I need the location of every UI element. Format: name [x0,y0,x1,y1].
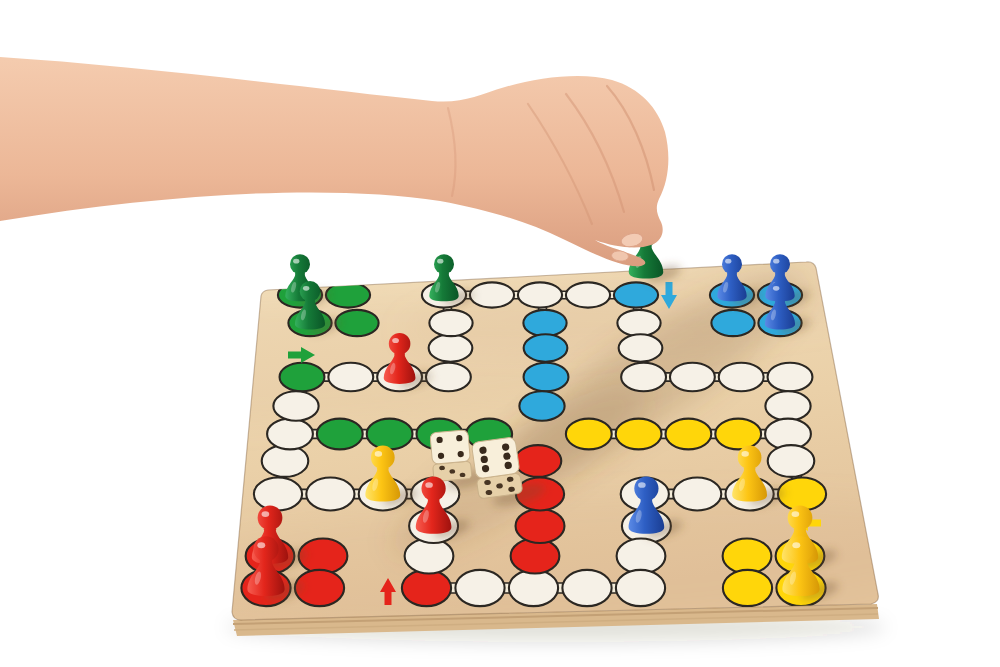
cell-base-yellow-bottom-left [723,570,772,606]
photo-scene [0,0,1000,667]
ludo-board-scene [0,0,1000,667]
cell-track-28 [509,570,558,606]
cell-track-7 [470,282,514,307]
cell-track-3 [426,363,471,392]
hand-silhouette [0,57,668,266]
cell-track-39 [273,391,318,421]
cell-track-11 [617,310,660,336]
cell-goal-yellow-1 [715,419,761,450]
cell-track-9 [566,282,610,307]
cell-goal-yellow-4 [566,419,612,450]
cell-track-30 [402,570,451,606]
cell-track-16 [768,363,813,392]
cell-goal-blue-2 [524,334,568,361]
cell-track-10 [614,282,658,307]
cell-track-4 [429,334,473,361]
die-1[interactable] [430,430,472,482]
cell-goal-red-2 [516,509,565,543]
hand [0,57,668,266]
cell-track-15 [719,363,764,392]
cell-goal-red-4 [515,445,562,477]
cell-track-0 [280,363,325,392]
cell-base-yellow-top-left [723,538,772,573]
die-2[interactable] [471,437,522,499]
cell-base-green-bottom-right [335,310,378,336]
cell-track-5 [429,310,472,336]
cell-track-38 [267,419,313,450]
cell-track-22 [673,478,721,511]
cell-track-27 [562,570,611,606]
cell-track-1 [328,363,373,392]
cell-goal-green-1 [317,419,363,450]
cell-base-blue-bottom-left [711,310,754,336]
cell-track-35 [306,478,354,511]
cell-goal-yellow-3 [616,419,662,450]
cell-track-25 [617,538,666,573]
cell-track-8 [518,282,562,307]
cell-track-20 [778,478,826,511]
cell-goal-blue-4 [519,391,564,421]
cell-track-26 [616,570,665,606]
cell-track-19 [768,445,815,477]
cell-track-29 [455,570,504,606]
cell-goal-blue-3 [524,363,569,392]
pawn-green-track-6[interactable] [429,254,458,301]
cell-track-17 [765,391,810,421]
cell-goal-blue-1 [523,310,566,336]
cell-goal-green-2 [367,419,413,450]
cell-goal-yellow-2 [665,419,711,450]
cell-track-13 [621,363,666,392]
cell-track-12 [619,334,663,361]
cell-track-36 [254,478,302,511]
cell-track-14 [670,363,715,392]
